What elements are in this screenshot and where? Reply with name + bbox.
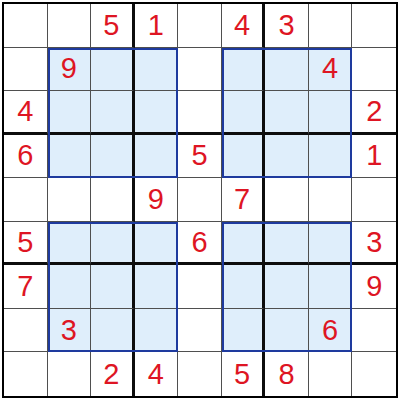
cell-r8c0[interactable] [4,352,48,396]
given-digit: 5 [234,360,250,389]
cell-r5c2[interactable] [91,222,135,266]
given-digit: 4 [17,97,33,126]
cell-r3c5[interactable] [222,135,266,179]
cell-r2c8[interactable]: 2 [352,91,396,135]
cell-r1c0[interactable] [4,48,48,92]
cell-r7c4[interactable] [178,309,222,353]
cell-r1c2[interactable] [91,48,135,92]
given-digit: 9 [148,185,164,214]
sudoku-board: 514394426519756379362458 [2,2,398,398]
cell-r7c7[interactable]: 6 [309,309,353,353]
given-digit: 6 [322,316,338,345]
given-digit: 3 [61,316,77,345]
cell-r4c5[interactable]: 7 [222,178,266,222]
cell-r2c4[interactable] [178,91,222,135]
cell-r1c1[interactable]: 9 [48,48,92,92]
cell-r8c5[interactable]: 5 [222,352,266,396]
given-digit: 8 [279,360,295,389]
cell-r3c7[interactable] [309,135,353,179]
cell-r8c6[interactable]: 8 [265,352,309,396]
cell-r8c4[interactable] [178,352,222,396]
cell-r5c3[interactable] [135,222,179,266]
cell-r0c4[interactable] [178,4,222,48]
cell-r2c0[interactable]: 4 [4,91,48,135]
cell-r6c2[interactable] [91,265,135,309]
cell-r1c8[interactable] [352,48,396,92]
cell-r6c8[interactable]: 9 [352,265,396,309]
given-digit: 7 [234,185,250,214]
given-digit: 7 [17,272,33,301]
cell-r4c0[interactable] [4,178,48,222]
cell-r3c1[interactable] [48,135,92,179]
cell-r5c1[interactable] [48,222,92,266]
cell-r6c6[interactable] [265,265,309,309]
cell-r6c4[interactable] [178,265,222,309]
cell-r7c8[interactable] [352,309,396,353]
cell-r0c3[interactable]: 1 [135,4,179,48]
cell-r3c3[interactable] [135,135,179,179]
cell-r1c4[interactable] [178,48,222,92]
given-digit: 5 [103,11,119,40]
cell-r1c3[interactable] [135,48,179,92]
cell-r5c6[interactable] [265,222,309,266]
cell-r4c6[interactable] [265,178,309,222]
cell-r2c5[interactable] [222,91,266,135]
cell-r1c6[interactable] [265,48,309,92]
cell-r2c2[interactable] [91,91,135,135]
cell-r0c1[interactable] [48,4,92,48]
cell-r5c5[interactable] [222,222,266,266]
cell-r6c3[interactable] [135,265,179,309]
cell-r8c7[interactable] [309,352,353,396]
cell-r2c6[interactable] [265,91,309,135]
cell-r4c4[interactable] [178,178,222,222]
cell-r7c2[interactable] [91,309,135,353]
given-digit: 2 [103,360,119,389]
cell-r4c7[interactable] [309,178,353,222]
cell-r4c2[interactable] [91,178,135,222]
cell-r7c0[interactable] [4,309,48,353]
cell-r6c7[interactable] [309,265,353,309]
cell-r5c4[interactable]: 6 [178,222,222,266]
cell-r2c3[interactable] [135,91,179,135]
cell-r4c8[interactable] [352,178,396,222]
cell-r4c1[interactable] [48,178,92,222]
given-digit: 4 [234,11,250,40]
cell-r1c5[interactable] [222,48,266,92]
cell-r6c5[interactable] [222,265,266,309]
given-digit: 9 [366,272,382,301]
cell-r7c3[interactable] [135,309,179,353]
cell-r3c4[interactable]: 5 [178,135,222,179]
cell-r3c0[interactable]: 6 [4,135,48,179]
given-digit: 9 [61,54,77,83]
cell-r6c1[interactable] [48,265,92,309]
given-digit: 3 [366,228,382,257]
cell-r0c7[interactable] [309,4,353,48]
given-digit: 1 [366,141,382,170]
cell-r5c7[interactable] [309,222,353,266]
given-digit: 1 [148,11,164,40]
cell-r2c1[interactable] [48,91,92,135]
given-digit: 6 [191,228,207,257]
cell-r0c2[interactable]: 5 [91,4,135,48]
given-digit: 6 [17,141,33,170]
given-digit: 5 [191,141,207,170]
cell-r3c6[interactable] [265,135,309,179]
cell-r3c8[interactable]: 1 [352,135,396,179]
cell-r0c6[interactable]: 3 [265,4,309,48]
given-digit: 5 [17,228,33,257]
cell-r0c8[interactable] [352,4,396,48]
cell-r5c8[interactable]: 3 [352,222,396,266]
cell-r2c7[interactable] [309,91,353,135]
cell-r8c2[interactable]: 2 [91,352,135,396]
given-digit: 2 [366,97,382,126]
given-digit: 4 [148,360,164,389]
cell-r7c1[interactable]: 3 [48,309,92,353]
given-digit: 4 [322,54,338,83]
cell-r0c0[interactable] [4,4,48,48]
cell-r6c0[interactable]: 7 [4,265,48,309]
cell-r0c5[interactable]: 4 [222,4,266,48]
cell-r3c2[interactable] [91,135,135,179]
cell-r1c7[interactable]: 4 [309,48,353,92]
cell-r5c0[interactable]: 5 [4,222,48,266]
cell-r8c1[interactable] [48,352,92,396]
given-digit: 3 [279,11,295,40]
cell-r7c6[interactable] [265,309,309,353]
cell-r4c3[interactable]: 9 [135,178,179,222]
cell-r7c5[interactable] [222,309,266,353]
cell-r8c3[interactable]: 4 [135,352,179,396]
cell-r8c8[interactable] [352,352,396,396]
